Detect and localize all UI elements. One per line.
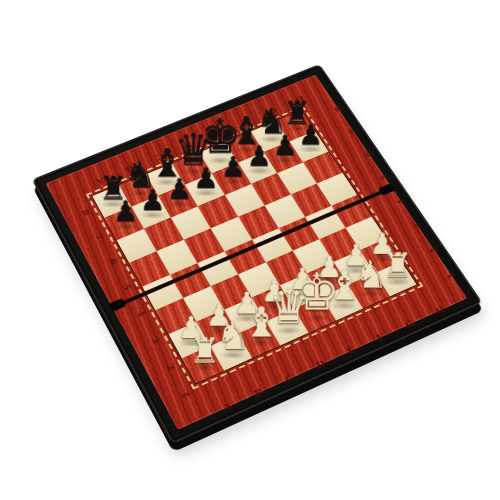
chess-board: ABCDEFGH ABCDEFGH 87654321 87654321 ♜♞♝♛… xyxy=(32,64,483,444)
rank-label-3: 3 xyxy=(411,221,424,230)
board-frame: ABCDEFGH ABCDEFGH 87654321 87654321 ♜♞♝♛… xyxy=(32,64,483,444)
rank-label-6: 6 xyxy=(107,257,120,267)
rank-label-4: 4 xyxy=(135,308,148,318)
file-label-a: A xyxy=(221,400,234,413)
file-label-a: A xyxy=(95,176,106,187)
product-photo: ABCDEFGH ABCDEFGH 87654321 87654321 ♜♞♝♛… xyxy=(0,0,500,500)
square-g1: ♞ xyxy=(348,273,390,308)
rank-label-2: 2 xyxy=(164,362,178,372)
file-label-e: E xyxy=(345,344,358,356)
rank-label-1: 1 xyxy=(444,271,457,281)
hinge-left xyxy=(108,298,126,312)
file-label-g: G xyxy=(403,318,416,330)
square-d5 xyxy=(211,217,251,251)
rank-label-8: 8 xyxy=(332,105,344,113)
file-label-f: F xyxy=(239,118,250,128)
square-e5 xyxy=(238,206,278,240)
rank-label-3: 3 xyxy=(149,335,162,345)
file-label-c: C xyxy=(283,372,296,385)
rank-label-7: 7 xyxy=(347,127,359,136)
file-label-h: H xyxy=(433,304,447,317)
rank-label-2: 2 xyxy=(427,246,440,255)
rank-label-4: 4 xyxy=(394,197,407,206)
rank-label-7: 7 xyxy=(93,232,106,241)
file-label-e: E xyxy=(211,129,222,139)
board-border: ABCDEFGH ABCDEFGH 87654321 87654321 ♜♞♝♛… xyxy=(46,75,467,430)
file-label-f: F xyxy=(374,331,386,343)
rank-label-5: 5 xyxy=(121,282,134,292)
file-label-h: H xyxy=(294,94,307,105)
file-label-c: C xyxy=(153,152,165,163)
file-label-b: B xyxy=(124,164,136,175)
square-a5 xyxy=(129,251,170,286)
file-label-b: B xyxy=(252,386,265,399)
rank-label-1: 1 xyxy=(179,389,193,400)
square-a7: ♟ xyxy=(104,207,144,241)
rank-label-6: 6 xyxy=(362,150,375,159)
file-label-g: G xyxy=(266,106,278,116)
file-label-d: D xyxy=(182,140,194,151)
file-label-d: D xyxy=(314,358,328,371)
rank-label-8: 8 xyxy=(80,208,93,217)
rank-label-5: 5 xyxy=(378,173,391,182)
